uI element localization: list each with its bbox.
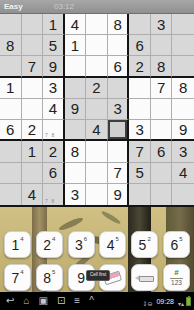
cell-r2c3[interactable]: 5 (43, 35, 65, 56)
cell-r8c5[interactable] (86, 163, 108, 184)
cell-r8c2[interactable] (22, 163, 44, 184)
cell-digit: 6 (157, 143, 165, 160)
battery-icon (186, 297, 191, 306)
key-7[interactable]: 74 (4, 264, 31, 291)
cell-r4c4[interactable] (65, 78, 87, 99)
screenshot-icon[interactable]: ⊡ (57, 296, 65, 306)
cell-r1c3[interactable]: 1 (43, 14, 65, 35)
input-mode-button[interactable]: #123 (163, 264, 190, 291)
cell-digit: 9 (179, 121, 187, 138)
key-3[interactable]: 36 (68, 231, 95, 258)
cell-digit: 3 (49, 79, 57, 96)
cell-r2c5[interactable] (86, 35, 108, 56)
key-digit: 2 (43, 238, 51, 252)
cell-r8c8[interactable] (151, 163, 173, 184)
cell-digit: 1 (49, 16, 57, 33)
bamboo-leaf (100, 210, 121, 226)
cell-digit: 8 (71, 143, 79, 160)
cell-r4c7[interactable] (129, 78, 151, 99)
cell-r3c2[interactable]: 7 (22, 56, 44, 77)
cell-r2c2[interactable] (22, 35, 44, 56)
cell-r8c1[interactable] (0, 163, 22, 184)
cell-r7c2[interactable]: 1 (22, 141, 44, 162)
cell-r3c6[interactable]: 6 (108, 56, 130, 77)
bamboo-leaf (58, 216, 84, 232)
key-8[interactable]: 85 (36, 264, 63, 291)
signal-icon: ▴ (181, 301, 184, 307)
pencil-marks: 78 (43, 120, 63, 139)
cell-r2c7[interactable]: 6 (129, 35, 151, 56)
key-placed-count: 4 (20, 236, 23, 242)
nav-buttons: ↩⌂▣⊡≡^ (0, 296, 94, 306)
menu-icon[interactable]: ≡ (74, 296, 80, 306)
cell-digit: 4 (28, 186, 36, 203)
cell-r5c9[interactable] (172, 99, 194, 120)
cell-digit: 8 (113, 16, 121, 33)
cell-r1c1[interactable] (0, 14, 22, 35)
status-icons-left: ↧⊖ (142, 292, 152, 310)
key-6[interactable]: 65 (163, 231, 190, 258)
cell-r3c4[interactable] (65, 56, 87, 77)
pencil-mark-digit: 8 (50, 133, 57, 139)
cell-r7c1[interactable] (0, 141, 22, 162)
key-placed-count: 5 (52, 269, 55, 275)
cell-r4c5[interactable]: 2 (86, 78, 108, 99)
cell-r5c5[interactable] (86, 99, 108, 120)
cell-digit: 8 (6, 37, 14, 54)
cell-r9c8[interactable] (151, 184, 173, 205)
cell-r8c7[interactable]: 5 (129, 163, 151, 184)
cell-digit: 9 (49, 58, 57, 75)
cell-r7c6[interactable] (108, 141, 130, 162)
cell-digit: 6 (49, 164, 57, 181)
cell-digit: 7 (135, 143, 143, 160)
cell-r5c8[interactable] (151, 99, 173, 120)
status-icons-right: ▾▴ (178, 292, 184, 310)
cell-r5c3[interactable]: 4 (43, 99, 65, 120)
cell-digit: 7 (157, 79, 165, 96)
cell-digit: 1 (6, 79, 14, 96)
cell-r6c8[interactable] (151, 120, 173, 141)
status-area: ↧⊖ 09:28 ▾▴ (142, 292, 194, 310)
cell-digit: 8 (179, 79, 187, 96)
cell-r6c3[interactable]: 78 (43, 120, 65, 141)
cell-r1c4[interactable]: 4 (65, 14, 87, 35)
key-digit: 1 (11, 238, 19, 252)
cell-r2c1[interactable]: 8 (0, 35, 22, 56)
cell-digit: 1 (28, 143, 36, 160)
key-5[interactable]: 52 (131, 231, 158, 258)
cell-r5c4[interactable]: 9 (65, 99, 87, 120)
cell-digit: 8 (157, 58, 165, 75)
key-placed-count: 5 (116, 236, 119, 242)
cell-r9c6[interactable]: 9 (108, 184, 130, 205)
cell-digit: 4 (71, 16, 79, 33)
app-top-bar: Easy 03:12 (0, 0, 194, 13)
cell-r1c5[interactable] (86, 14, 108, 35)
cell-digit: 3 (71, 186, 79, 203)
cell-r9c4[interactable]: 3 (65, 184, 87, 205)
collapse-icon[interactable]: ^ (89, 296, 94, 306)
cell-r3c9[interactable] (172, 56, 194, 77)
cell-digit: 2 (135, 58, 143, 75)
cell-digit: 3 (157, 16, 165, 33)
cell-r2c9[interactable] (172, 35, 194, 56)
cell-r5c6[interactable]: 3 (108, 99, 130, 120)
cell-digit: 2 (92, 79, 100, 96)
cell-r9c5[interactable] (86, 184, 108, 205)
cell-r3c3[interactable]: 9 (43, 56, 65, 77)
key-digit: 6 (170, 238, 178, 252)
cell-r7c7[interactable]: 7 (129, 141, 151, 162)
cell-r9c2[interactable]: 4 (22, 184, 44, 205)
cell-digit: 3 (135, 121, 143, 138)
key-placed-count: 5 (179, 236, 182, 242)
cell-r1c6[interactable]: 8 (108, 14, 130, 35)
cell-digit: 4 (179, 164, 187, 181)
back-icon[interactable]: ↩ (6, 296, 14, 306)
key-placed-count: 4 (52, 236, 55, 242)
home-icon[interactable]: ⌂ (23, 296, 29, 306)
cell-r8c4[interactable] (65, 163, 87, 184)
cell-r4c1[interactable]: 1 (0, 78, 22, 99)
cell-r4c6[interactable] (108, 78, 130, 99)
key-2[interactable]: 24 (36, 231, 63, 258)
key-placed-count: 2 (147, 236, 150, 242)
input-mode-tooltip: Cell first (86, 270, 110, 281)
cell-digit: 9 (71, 100, 79, 117)
cell-r4c9[interactable]: 8 (172, 78, 194, 99)
cell-digit: 7 (28, 58, 36, 75)
cell-digit: 2 (49, 143, 57, 160)
key-digit: 5 (139, 238, 147, 252)
keypad-row-1: 142436455265 (4, 231, 190, 258)
cell-r7c5[interactable] (86, 141, 108, 162)
pencil-button[interactable] (131, 264, 158, 291)
cell-digit: 3 (179, 143, 187, 160)
cell-r2c4[interactable]: 1 (65, 35, 87, 56)
key-digit: 8 (43, 271, 51, 285)
cell-r6c5[interactable]: 4 (86, 120, 108, 141)
cell-digit: 4 (49, 100, 57, 117)
key-placed-count: 6 (84, 236, 87, 242)
key-placed-count: 4 (20, 269, 23, 275)
cell-r5c7[interactable] (129, 99, 151, 120)
cell-r3c7[interactable]: 2 (129, 56, 151, 77)
cell-r6c7[interactable]: 3 (129, 120, 151, 141)
cell-digit: 1 (71, 37, 79, 54)
cell-digit: 4 (92, 121, 100, 138)
digit-grid-icon: #123 (170, 269, 183, 287)
cell-r8c9[interactable]: 4 (172, 163, 194, 184)
pencil-icon (135, 274, 154, 282)
key-digit: 3 (75, 238, 83, 252)
cell-r6c9[interactable]: 9 (172, 120, 194, 141)
difficulty-label: Easy (4, 0, 23, 13)
pencil-mark-digit: 8 (50, 198, 57, 205)
cell-r2c6[interactable] (108, 35, 130, 56)
cell-r7c4[interactable]: 8 (65, 141, 87, 162)
cell-r6c6[interactable] (108, 120, 130, 141)
cell-r3c8[interactable]: 8 (151, 56, 173, 77)
cell-r1c2[interactable] (22, 14, 44, 35)
cell-r8c6[interactable]: 7 (108, 163, 130, 184)
cell-digit: 3 (113, 100, 121, 117)
key-4[interactable]: 45 (99, 231, 126, 258)
cell-digit: 5 (135, 164, 143, 181)
cell-r9c3[interactable]: 78 (43, 184, 65, 205)
key-digit: 4 (107, 238, 115, 252)
game-timer: 03:12 (54, 0, 74, 13)
cell-r4c2[interactable] (22, 78, 44, 99)
cell-r7c9[interactable]: 3 (172, 141, 194, 162)
android-system-bar: ↩⌂▣⊡≡^ ↧⊖ 09:28 ▾▴ (0, 292, 194, 310)
key-1[interactable]: 14 (4, 231, 31, 258)
cell-r2c8[interactable] (151, 35, 173, 56)
key-digit: 9 (77, 271, 85, 285)
cell-digit: 6 (6, 121, 14, 138)
cell-r7c3[interactable]: 2 (43, 141, 65, 162)
cell-r6c2[interactable]: 2 (22, 120, 44, 141)
cell-r5c2[interactable] (22, 99, 44, 120)
cell-r1c7[interactable] (129, 14, 151, 35)
cell-digit: 9 (113, 186, 121, 203)
cell-r8c3[interactable]: 6 (43, 163, 65, 184)
cell-r4c3[interactable]: 3 (43, 78, 65, 99)
mute-icon: ⊖ (147, 301, 152, 307)
pencil-marks: 78 (43, 184, 63, 205)
cell-r1c9[interactable] (172, 14, 194, 35)
cell-digit: 6 (135, 37, 143, 54)
cell-digit: 5 (49, 37, 57, 54)
cell-r4c8[interactable]: 7 (151, 78, 173, 99)
cell-digit: 7 (113, 164, 121, 181)
recents-icon[interactable]: ▣ (38, 296, 47, 306)
cell-r3c5[interactable] (86, 56, 108, 77)
sudoku-board: 1483851679628132784936278439128763675447… (0, 13, 194, 207)
cell-digit: 6 (113, 58, 121, 75)
cell-r6c4[interactable] (65, 120, 87, 141)
cell-r9c1[interactable] (0, 184, 22, 205)
cell-r9c9[interactable] (172, 184, 194, 205)
cell-r7c8[interactable]: 6 (151, 141, 173, 162)
cell-r9c7[interactable] (129, 184, 151, 205)
cell-r3c1[interactable] (0, 56, 22, 77)
cell-digit: 2 (28, 121, 36, 138)
clock: 09:28 (156, 298, 174, 305)
sudoku-app-screen: Easy 03:12 14838516796281327849362784391… (0, 0, 194, 310)
cell-r1c8[interactable]: 3 (151, 14, 173, 35)
cell-r6c1[interactable]: 6 (0, 120, 22, 141)
key-digit: 7 (11, 271, 19, 285)
cell-r5c1[interactable] (0, 99, 22, 120)
